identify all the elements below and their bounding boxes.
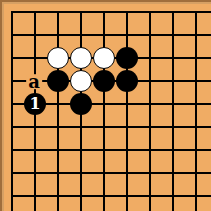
black-stone: 1 [24, 93, 46, 115]
black-stone [116, 70, 138, 92]
black-stone [93, 70, 115, 92]
go-board: 1 a [0, 0, 211, 211]
black-stone [70, 93, 92, 115]
white-stone [93, 47, 115, 69]
white-stone [70, 47, 92, 69]
move-number-label: 1 [29, 93, 40, 115]
point-label: a [26, 74, 42, 89]
white-stone [47, 47, 69, 69]
white-stone [70, 70, 92, 92]
black-stone [47, 70, 69, 92]
black-stone [116, 47, 138, 69]
